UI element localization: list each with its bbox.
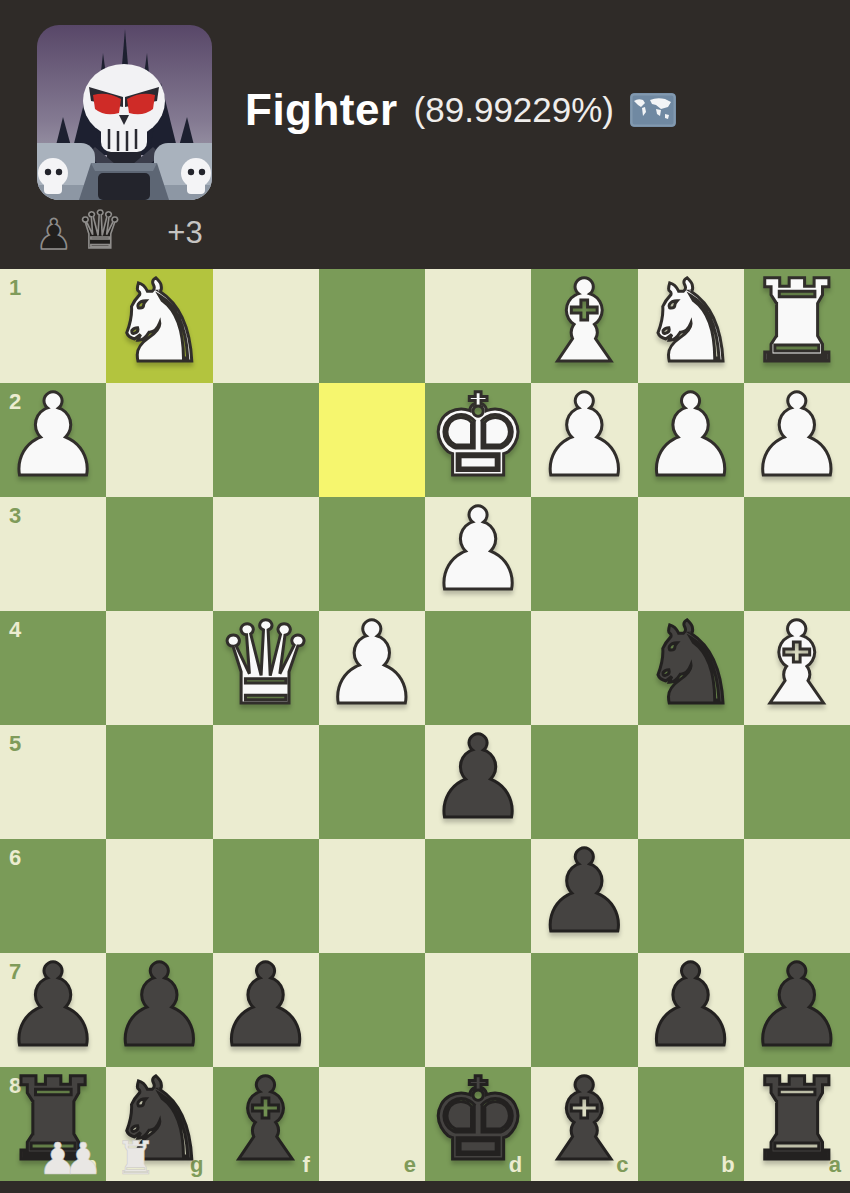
square-a5[interactable] <box>744 725 850 839</box>
square-e3[interactable] <box>319 497 425 611</box>
white-pawn-b2: ♟ <box>640 379 742 493</box>
square-d5[interactable]: ♟ <box>425 725 531 839</box>
square-c1[interactable]: ♝ <box>531 269 637 383</box>
captured-white-pawn-icon: ♟ <box>63 1137 102 1181</box>
square-c4[interactable] <box>531 611 637 725</box>
square-b1[interactable]: ♞ <box>638 269 744 383</box>
square-g3[interactable] <box>106 497 212 611</box>
square-c6[interactable]: ♟ <box>531 839 637 953</box>
square-g2[interactable] <box>106 383 212 497</box>
square-a4[interactable]: ♝ <box>744 611 850 725</box>
square-h6[interactable]: 6 <box>0 839 106 953</box>
white-pawn-h2: ♟ <box>2 379 104 493</box>
square-b7[interactable]: ♟ <box>638 953 744 1067</box>
black-pawn-a7: ♟ <box>746 949 848 1063</box>
material-advantage: +3 <box>167 215 202 256</box>
square-h4[interactable]: 4 <box>0 611 106 725</box>
white-queen-f4: ♛ <box>215 607 317 721</box>
chess-app: { "game": "chess", "position": { "fen": … <box>0 0 850 1193</box>
square-e7[interactable] <box>319 953 425 1067</box>
square-c5[interactable] <box>531 725 637 839</box>
white-rook-a1: ♜ <box>746 265 848 379</box>
square-d7[interactable] <box>425 953 531 1067</box>
white-bishop-a4: ♝ <box>746 607 848 721</box>
square-a6[interactable] <box>744 839 850 953</box>
player-name-row: Fighter (89.99229%) <box>245 84 676 136</box>
square-d2[interactable]: ♚ <box>425 383 531 497</box>
black-pawn-c6: ♟ <box>533 835 635 949</box>
player-name[interactable]: Fighter <box>245 85 398 135</box>
captured-pieces-tray-top: ♟♛+3 <box>35 210 203 256</box>
black-pawn-h7: ♟ <box>2 949 104 1063</box>
bottom-bar: ♟♟♜ <box>0 1121 850 1193</box>
square-f4[interactable]: ♛ <box>213 611 319 725</box>
skull-throne-avatar-icon <box>37 25 212 200</box>
captured-pieces-tray-bottom: ♟♟♜ <box>38 1135 156 1181</box>
square-h2[interactable]: 2♟ <box>0 383 106 497</box>
white-pawn-a2: ♟ <box>746 379 848 493</box>
square-b3[interactable] <box>638 497 744 611</box>
square-a2[interactable]: ♟ <box>744 383 850 497</box>
square-h1[interactable]: 1 <box>0 269 106 383</box>
player-rating: (89.99229%) <box>414 90 614 130</box>
captured-black-queen-icon: ♛ <box>77 204 124 256</box>
square-g5[interactable] <box>106 725 212 839</box>
square-h7[interactable]: 7♟ <box>0 953 106 1067</box>
square-d3[interactable]: ♟ <box>425 497 531 611</box>
square-a3[interactable] <box>744 497 850 611</box>
square-b5[interactable] <box>638 725 744 839</box>
square-d1[interactable] <box>425 269 531 383</box>
square-c7[interactable] <box>531 953 637 1067</box>
square-f1[interactable] <box>213 269 319 383</box>
square-b6[interactable] <box>638 839 744 953</box>
square-c3[interactable] <box>531 497 637 611</box>
white-pawn-c2: ♟ <box>533 379 635 493</box>
rank-label-7: 7 <box>9 959 21 985</box>
white-pawn-e4: ♟ <box>321 607 423 721</box>
white-knight-g1: ♞ <box>108 265 210 379</box>
square-a1[interactable]: ♜ <box>744 269 850 383</box>
black-pawn-g7: ♟ <box>108 949 210 1063</box>
square-b4[interactable]: ♞ <box>638 611 744 725</box>
square-e5[interactable] <box>319 725 425 839</box>
square-e4[interactable]: ♟ <box>319 611 425 725</box>
square-a7[interactable]: ♟ <box>744 953 850 1067</box>
black-pawn-b7: ♟ <box>640 949 742 1063</box>
world-map-flag-icon <box>630 93 676 127</box>
white-knight-b1: ♞ <box>640 265 742 379</box>
rank-label-3: 3 <box>9 503 21 529</box>
square-h5[interactable]: 5 <box>0 725 106 839</box>
square-d6[interactable] <box>425 839 531 953</box>
square-g6[interactable] <box>106 839 212 953</box>
rank-label-2: 2 <box>9 389 21 415</box>
square-e6[interactable] <box>319 839 425 953</box>
captured-black-pawn-icon: ♟ <box>35 214 73 256</box>
black-pawn-d5: ♟ <box>427 721 529 835</box>
square-f7[interactable]: ♟ <box>213 953 319 1067</box>
square-c2[interactable]: ♟ <box>531 383 637 497</box>
black-knight-b4: ♞ <box>640 607 742 721</box>
square-f6[interactable] <box>213 839 319 953</box>
white-king-d2: ♚ <box>427 379 529 493</box>
chess-board: 1♞♝♞♜2♟♚♟♟♟3♟4♛♟♞♝5♟6♟7♟♟♟♟♟8h♜g♞f♝ed♚c♝… <box>0 269 850 1121</box>
white-pawn-d3: ♟ <box>427 493 529 607</box>
rank-label-1: 1 <box>9 275 21 301</box>
rank-label-4: 4 <box>9 617 21 643</box>
captured-white-rook-icon: ♜ <box>115 1135 156 1181</box>
player-avatar[interactable] <box>37 25 212 200</box>
square-b2[interactable]: ♟ <box>638 383 744 497</box>
square-f5[interactable] <box>213 725 319 839</box>
square-e2[interactable] <box>319 383 425 497</box>
square-f2[interactable] <box>213 383 319 497</box>
white-bishop-c1: ♝ <box>533 265 635 379</box>
square-d4[interactable] <box>425 611 531 725</box>
player-header: Fighter (89.99229%) ♟♛+3 <box>0 0 850 269</box>
square-g4[interactable] <box>106 611 212 725</box>
square-e1[interactable] <box>319 269 425 383</box>
rank-label-5: 5 <box>9 731 21 757</box>
square-h3[interactable]: 3 <box>0 497 106 611</box>
rank-label-6: 6 <box>9 845 21 871</box>
black-pawn-f7: ♟ <box>215 949 317 1063</box>
square-f3[interactable] <box>213 497 319 611</box>
square-g7[interactable]: ♟ <box>106 953 212 1067</box>
square-g1[interactable]: ♞ <box>106 269 212 383</box>
rank-label-8: 8 <box>9 1073 21 1099</box>
